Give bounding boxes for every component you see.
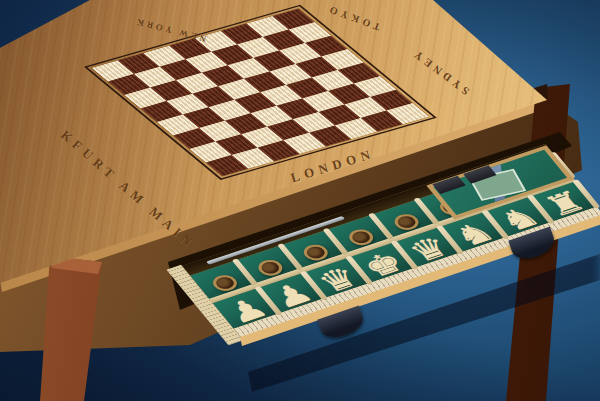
photograph-of-chess-table: NEW YORK TOKYO SYDNEY LONDON KFURT AM MA… bbox=[0, 0, 600, 401]
